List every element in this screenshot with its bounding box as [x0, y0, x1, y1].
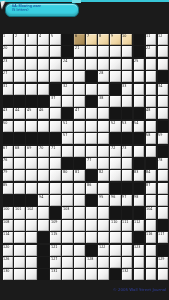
cell-number: 27 — [3, 71, 7, 74]
grid-cell[interactable]: 12 — [158, 34, 169, 45]
grid-cell[interactable] — [38, 84, 49, 95]
grid-cell[interactable]: 97 — [122, 195, 133, 206]
grid-cell[interactable]: 37 — [50, 96, 61, 107]
grid-cell[interactable]: 120 — [3, 245, 14, 256]
grid-cell[interactable]: 102 — [26, 207, 37, 218]
cell-number: 1 — [3, 34, 5, 37]
grid-cell[interactable] — [50, 59, 61, 70]
black-cell — [86, 96, 97, 107]
grid-cell[interactable] — [14, 269, 25, 280]
grid-cell[interactable] — [74, 269, 85, 280]
grid-cell[interactable] — [14, 158, 25, 169]
grid-cell[interactable] — [74, 207, 85, 218]
grid-cell[interactable] — [158, 46, 169, 57]
grid-cell[interactable]: 53 — [122, 121, 133, 132]
grid-cell[interactable] — [110, 245, 121, 256]
grid-cell[interactable] — [110, 232, 121, 243]
grid-cell[interactable] — [26, 170, 37, 181]
grid-cell[interactable] — [146, 195, 157, 206]
grid-cell[interactable] — [110, 158, 121, 169]
grid-cell[interactable] — [14, 220, 25, 231]
grid-cell[interactable] — [38, 220, 49, 231]
grid-cell[interactable] — [14, 232, 25, 243]
grid-cell[interactable] — [14, 183, 25, 194]
grid-cell[interactable] — [62, 257, 73, 268]
cell-number: 45 — [27, 108, 31, 111]
grid-cell[interactable] — [74, 220, 85, 231]
black-cell — [134, 207, 145, 218]
grid-cell[interactable]: 71 — [50, 146, 61, 157]
grid-cell[interactable] — [74, 71, 85, 82]
grid-cell[interactable]: 68 — [14, 146, 25, 157]
grid-cell[interactable]: 98 — [134, 195, 145, 206]
grid-cell[interactable] — [38, 121, 49, 132]
grid-cell[interactable]: 82 — [98, 170, 109, 181]
grid-cell[interactable]: 101 — [14, 207, 25, 218]
grid-cell[interactable]: 96 — [110, 195, 121, 206]
black-cell — [134, 108, 145, 119]
grid-cell[interactable]: 38 — [98, 96, 109, 107]
grid-cell[interactable] — [14, 170, 25, 181]
grid-cell[interactable] — [110, 71, 121, 82]
grid-cell[interactable]: 78 — [158, 158, 169, 169]
grid-cell[interactable]: 27 — [3, 71, 14, 82]
grid-cell[interactable] — [26, 158, 37, 169]
grid-cell[interactable] — [26, 71, 37, 82]
grid-cell[interactable] — [50, 121, 61, 132]
grid-cell[interactable] — [38, 170, 49, 181]
grid-cell[interactable] — [86, 220, 97, 231]
cell-number: 58 — [146, 133, 150, 136]
grid-cell[interactable]: 131 — [50, 269, 61, 280]
grid-cell[interactable] — [74, 59, 85, 70]
black-cell — [158, 220, 169, 231]
grid-cell[interactable] — [26, 46, 37, 57]
cell-number: 57 — [63, 133, 67, 136]
grid-cell[interactable]: 132 — [122, 269, 133, 280]
cell-number: 101 — [15, 207, 21, 210]
grid-cell[interactable] — [74, 232, 85, 243]
grid-cell[interactable] — [74, 245, 85, 256]
grid-cell[interactable]: 34 — [158, 84, 169, 95]
cell-number: 94 — [39, 195, 43, 198]
grid-cell[interactable]: 67 — [3, 146, 14, 157]
grid-cell[interactable]: 111 — [122, 220, 133, 231]
grid-cell[interactable] — [14, 46, 25, 57]
black-cell — [134, 133, 145, 144]
grid-cell[interactable]: 112 — [134, 220, 145, 231]
black-cell — [110, 133, 121, 144]
grid-cell[interactable] — [62, 146, 73, 157]
black-cell — [122, 108, 133, 119]
crossword-grid[interactable]: 1234567891011122021222324252728313233343… — [3, 34, 169, 280]
grid-cell[interactable] — [122, 71, 133, 82]
grid-cell[interactable]: 46 — [38, 108, 49, 119]
grid-cell[interactable] — [98, 269, 109, 280]
grid-cell[interactable] — [98, 46, 109, 57]
grid-cell[interactable]: 21 — [74, 46, 85, 57]
grid-cell[interactable]: 85 — [3, 183, 14, 194]
grid-cell[interactable]: 129 — [158, 257, 169, 268]
grid-cell[interactable]: 103 — [62, 207, 73, 218]
grid-cell[interactable] — [62, 220, 73, 231]
grid-cell[interactable]: 43 — [3, 108, 14, 119]
grid-cell[interactable] — [14, 257, 25, 268]
grid-cell[interactable]: 80 — [62, 170, 73, 181]
grid-cell[interactable] — [62, 232, 73, 243]
grid-cell[interactable] — [74, 257, 85, 268]
grid-cell[interactable] — [26, 59, 37, 70]
grid-cell[interactable]: 22 — [146, 46, 157, 57]
cell-number: 50 — [3, 121, 7, 124]
grid-cell[interactable]: 122 — [98, 245, 109, 256]
grid-cell[interactable]: 104 — [146, 207, 157, 218]
grid-cell[interactable] — [50, 158, 61, 169]
grid-cell[interactable]: 117 — [158, 232, 169, 243]
grid-cell[interactable] — [122, 170, 133, 181]
cell-number: 98 — [134, 195, 138, 198]
cell-number: 85 — [3, 183, 7, 186]
cell-number: 102 — [27, 207, 33, 210]
cell-number: 80 — [63, 170, 67, 173]
grid-cell[interactable] — [98, 133, 109, 144]
grid-cell[interactable]: 77 — [86, 158, 97, 169]
cell-number: 116 — [146, 232, 152, 235]
grid-cell[interactable]: 45 — [26, 108, 37, 119]
grid-cell[interactable]: 116 — [146, 232, 157, 243]
grid-cell[interactable] — [50, 108, 61, 119]
grid-cell[interactable]: 52 — [110, 121, 121, 132]
grid-cell[interactable] — [62, 195, 73, 206]
black-cell — [110, 207, 121, 218]
cell-number: 96 — [111, 195, 115, 198]
grid-cell[interactable]: 128 — [86, 257, 97, 268]
grid-cell[interactable] — [26, 121, 37, 132]
black-cell — [50, 133, 61, 144]
grid-cell[interactable] — [122, 232, 133, 243]
grid-cell[interactable]: 24 — [62, 59, 73, 70]
grid-cell[interactable] — [26, 183, 37, 194]
cell-number: 46 — [39, 108, 43, 111]
grid-cell[interactable]: 108 — [3, 220, 14, 231]
grid-cell[interactable] — [38, 207, 49, 218]
grid-cell[interactable] — [110, 96, 121, 107]
grid-cell[interactable]: 83 — [134, 170, 145, 181]
cell-number: 37 — [51, 96, 55, 99]
grid-cell[interactable] — [158, 59, 169, 70]
cell-number: 7 — [87, 34, 89, 37]
cell-number: 100 — [3, 207, 9, 210]
grid-cell[interactable] — [38, 71, 49, 82]
grid-cell[interactable] — [146, 121, 157, 132]
black-cell — [62, 158, 73, 169]
black-cell — [50, 84, 61, 95]
cell-number: 31 — [3, 84, 7, 87]
highlighted-cell[interactable]: 8 — [98, 34, 109, 45]
grid-cell[interactable] — [122, 257, 133, 268]
grid-cell[interactable] — [98, 257, 109, 268]
grid-cell[interactable] — [14, 245, 25, 256]
grid-cell[interactable] — [86, 207, 97, 218]
grid-cell[interactable]: 59 — [158, 133, 169, 144]
grid-cell[interactable] — [38, 59, 49, 70]
grid-cell[interactable]: 2 — [14, 34, 25, 45]
grid-cell[interactable]: 94 — [38, 195, 49, 206]
grid-cell[interactable] — [26, 245, 37, 256]
cell-number: 68 — [15, 146, 19, 149]
grid-cell[interactable] — [98, 232, 109, 243]
grid-cell[interactable] — [50, 46, 61, 57]
grid-cell[interactable]: 47 — [74, 108, 85, 119]
grid-cell[interactable] — [74, 121, 85, 132]
cell-number: 114 — [3, 232, 9, 235]
grid-cell[interactable]: 31 — [3, 84, 14, 95]
cell-number: 86 — [87, 183, 91, 186]
cell-number: 97 — [122, 195, 126, 198]
grid-cell[interactable]: 84 — [146, 170, 157, 181]
grid-cell[interactable] — [122, 158, 133, 169]
cell-number: 51 — [63, 121, 67, 124]
grid-cell[interactable] — [86, 232, 97, 243]
grid-cell[interactable] — [98, 146, 109, 157]
grid-cell[interactable]: 44 — [14, 108, 25, 119]
grid-cell[interactable]: 1 — [3, 34, 14, 45]
grid-cell[interactable] — [146, 257, 157, 268]
grid-cell[interactable] — [86, 108, 97, 119]
grid-cell[interactable] — [98, 207, 109, 218]
cell-number: 123 — [134, 245, 140, 248]
grid-cell[interactable]: 130 — [3, 269, 14, 280]
grid-cell[interactable] — [158, 96, 169, 107]
grid-cell[interactable] — [146, 220, 157, 231]
grid-cell[interactable] — [98, 108, 109, 119]
cell-number: 84 — [146, 170, 150, 173]
grid-cell[interactable]: 87 — [146, 183, 157, 194]
grid-cell[interactable] — [98, 220, 109, 231]
grid-cell[interactable] — [134, 84, 145, 95]
grid-cell[interactable]: 79 — [3, 170, 14, 181]
grid-cell[interactable] — [86, 46, 97, 57]
grid-cell[interactable]: 100 — [3, 207, 14, 218]
cell-number: 67 — [3, 146, 7, 149]
grid-cell[interactable] — [74, 96, 85, 107]
cell-number: 20 — [3, 46, 7, 49]
grid-cell[interactable] — [62, 245, 73, 256]
grid-cell[interactable] — [110, 257, 121, 268]
cell-number: 131 — [51, 269, 57, 272]
black-cell — [50, 207, 61, 218]
cell-number: 47 — [75, 108, 79, 111]
cell-number: 48 — [146, 108, 150, 111]
grid-cell[interactable]: 23 — [3, 59, 14, 70]
grid-cell[interactable] — [14, 84, 25, 95]
cell-number: 52 — [111, 121, 115, 124]
grid-cell[interactable] — [146, 245, 157, 256]
cell-number: 9 — [111, 34, 113, 37]
cursor-cell[interactable]: 6 — [74, 34, 85, 45]
grid-cell[interactable] — [74, 133, 85, 144]
grid-cell[interactable] — [38, 158, 49, 169]
black-cell — [62, 46, 73, 57]
grid-cell[interactable] — [26, 257, 37, 268]
window-top-edge — [0, 0, 169, 2]
grid-cell[interactable] — [158, 170, 169, 181]
grid-cell[interactable]: 50 — [3, 121, 14, 132]
cell-number: 59 — [158, 133, 162, 136]
black-cell — [38, 96, 49, 107]
grid-cell[interactable] — [50, 195, 61, 206]
grid-cell[interactable] — [86, 133, 97, 144]
grid-cell[interactable] — [62, 71, 73, 82]
grid-cell[interactable] — [74, 195, 85, 206]
grid-cell[interactable] — [26, 269, 37, 280]
grid-cell[interactable]: 5 — [50, 34, 61, 45]
cell-number: 71 — [51, 146, 55, 149]
cell-number: 110 — [111, 220, 117, 223]
grid-cell[interactable]: 81 — [74, 170, 85, 181]
grid-cell[interactable]: 28 — [98, 71, 109, 82]
grid-cell[interactable] — [146, 59, 157, 70]
grid-cell[interactable] — [110, 59, 121, 70]
grid-cell[interactable]: 109 — [50, 220, 61, 231]
grid-cell[interactable] — [134, 71, 145, 82]
grid-cell[interactable] — [110, 46, 121, 57]
grid-cell[interactable]: 126 — [3, 257, 14, 268]
grid-cell[interactable]: 86 — [86, 183, 97, 194]
grid-cell[interactable]: 11 — [146, 34, 157, 45]
grid-cell[interactable] — [38, 183, 49, 194]
grid-cell[interactable] — [134, 96, 145, 107]
grid-cell[interactable]: 57 — [62, 133, 73, 144]
grid-cell[interactable] — [86, 121, 97, 132]
grid-cell[interactable]: 3 — [26, 34, 37, 45]
grid-cell[interactable] — [122, 96, 133, 107]
grid-cell[interactable] — [98, 59, 109, 70]
grid-cell[interactable] — [74, 84, 85, 95]
grid-cell[interactable] — [50, 183, 61, 194]
grid-cell[interactable]: 4 — [38, 34, 49, 45]
grid-cell[interactable] — [86, 59, 97, 70]
black-cell — [14, 96, 25, 107]
cell-number: 24 — [63, 59, 67, 62]
grid-cell[interactable] — [14, 121, 25, 132]
grid-cell[interactable] — [158, 269, 169, 280]
grid-cell[interactable]: 70 — [38, 146, 49, 157]
cell-number: 126 — [3, 257, 9, 260]
cell-number: 38 — [99, 96, 103, 99]
grid-cell[interactable] — [74, 183, 85, 194]
grid-cell[interactable] — [158, 108, 169, 119]
grid-cell[interactable] — [86, 84, 97, 95]
grid-cell[interactable]: 73 — [122, 146, 133, 157]
cell-number: 104 — [146, 207, 152, 210]
grid-cell[interactable]: 114 — [3, 232, 14, 243]
grid-cell[interactable] — [110, 170, 121, 181]
grid-cell[interactable]: 72 — [110, 146, 121, 157]
cell-number: 95 — [99, 195, 103, 198]
grid-cell[interactable] — [86, 146, 97, 157]
grid-cell[interactable] — [158, 195, 169, 206]
black-cell — [158, 71, 169, 82]
grid-cell[interactable]: 95 — [98, 195, 109, 206]
grid-cell[interactable] — [122, 59, 133, 70]
cell-number: 78 — [158, 158, 162, 161]
grid-cell[interactable] — [122, 46, 133, 57]
black-cell — [3, 133, 14, 144]
cell-number: 112 — [134, 220, 140, 223]
cell-number: 129 — [158, 257, 164, 260]
grid-cell[interactable] — [146, 96, 157, 107]
grid-cell[interactable]: 20 — [3, 46, 14, 57]
black-cell — [74, 158, 85, 169]
grid-cell[interactable] — [98, 84, 109, 95]
grid-cell[interactable] — [50, 170, 61, 181]
grid-cell[interactable] — [146, 84, 157, 95]
grid-cell[interactable] — [14, 59, 25, 70]
highlighted-cell[interactable]: 9 — [110, 34, 121, 45]
grid-cell[interactable] — [26, 84, 37, 95]
grid-cell[interactable]: 51 — [62, 121, 73, 132]
cell-number: 34 — [158, 84, 162, 87]
grid-cell[interactable] — [14, 71, 25, 82]
grid-cell[interactable] — [62, 96, 73, 107]
grid-cell[interactable] — [26, 232, 37, 243]
highlighted-cell[interactable]: 10 — [122, 34, 133, 45]
grid-cell[interactable] — [146, 71, 157, 82]
cell-number: 82 — [99, 170, 103, 173]
cell-number: 33 — [122, 84, 126, 87]
grid-cell[interactable] — [38, 46, 49, 57]
grid-cell[interactable] — [134, 146, 145, 157]
cell-number: 3 — [27, 34, 29, 37]
black-cell — [38, 245, 49, 256]
cell-number: 79 — [3, 170, 7, 173]
grid-cell[interactable] — [86, 269, 97, 280]
black-cell — [134, 183, 145, 194]
grid-cell[interactable] — [98, 183, 109, 194]
grid-cell[interactable] — [98, 121, 109, 132]
grid-cell[interactable]: 110 — [110, 220, 121, 231]
grid-cell[interactable] — [146, 269, 157, 280]
grid-cell[interactable]: 121 — [50, 245, 61, 256]
grid-cell[interactable]: 32 — [62, 84, 73, 95]
grid-cell[interactable]: 33 — [122, 84, 133, 95]
grid-cell[interactable] — [158, 183, 169, 194]
grid-cell[interactable]: 76 — [3, 158, 14, 169]
grid-cell[interactable]: 48 — [146, 108, 157, 119]
grid-cell[interactable]: 123 — [134, 245, 145, 256]
grid-cell[interactable] — [50, 71, 61, 82]
grid-cell[interactable]: 115 — [50, 232, 61, 243]
grid-cell[interactable]: 69 — [26, 146, 37, 157]
grid-cell[interactable] — [62, 183, 73, 194]
grid-cell[interactable] — [122, 245, 133, 256]
grid-cell[interactable]: 25 — [134, 59, 145, 70]
grid-cell[interactable] — [134, 257, 145, 268]
grid-cell[interactable] — [74, 146, 85, 157]
grid-cell[interactable] — [146, 146, 157, 157]
grid-cell[interactable] — [158, 207, 169, 218]
black-cell — [110, 108, 121, 119]
highlighted-cell[interactable]: 7 — [86, 34, 97, 45]
grid-cell[interactable] — [26, 220, 37, 231]
grid-cell[interactable] — [134, 269, 145, 280]
grid-cell[interactable]: 58 — [146, 133, 157, 144]
grid-cell[interactable]: 127 — [50, 257, 61, 268]
grid-cell[interactable] — [98, 158, 109, 169]
grid-cell[interactable]: 54 — [134, 121, 145, 132]
grid-cell[interactable] — [62, 269, 73, 280]
